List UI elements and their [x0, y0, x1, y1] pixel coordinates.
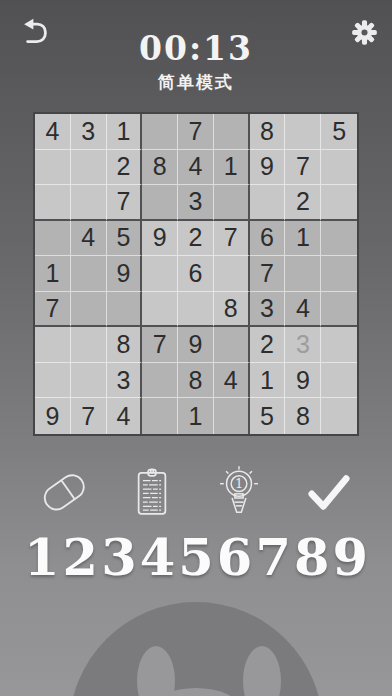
cell-r6c5[interactable]: [178, 292, 214, 328]
cell-r5c9[interactable]: [321, 256, 357, 292]
cell-r1c8[interactable]: [285, 114, 321, 150]
cell-r1c7[interactable]: 8: [250, 114, 286, 150]
eraser-icon: [38, 504, 90, 519]
cell-r8c6[interactable]: 4: [214, 363, 250, 399]
cell-r9c4[interactable]: [142, 398, 178, 434]
numpad-1[interactable]: 1: [24, 532, 60, 583]
smiley-face-graphic: [69, 602, 323, 696]
numpad-6[interactable]: 6: [217, 532, 253, 583]
cell-r2c2[interactable]: [71, 150, 107, 186]
cell-r1c3[interactable]: 1: [107, 114, 143, 150]
cell-r7c9[interactable]: [321, 327, 357, 363]
cell-r1c6[interactable]: [214, 114, 250, 150]
mode-label: 简单模式: [0, 71, 392, 94]
cell-r9c1[interactable]: 9: [35, 398, 71, 434]
cell-r3c8[interactable]: 2: [285, 185, 321, 221]
gear-icon: [350, 35, 379, 50]
cell-r9c8[interactable]: 8: [285, 398, 321, 434]
cell-r9c9[interactable]: [321, 398, 357, 434]
numpad-5[interactable]: 5: [178, 532, 214, 583]
cell-r2c5[interactable]: 4: [178, 150, 214, 186]
cell-r7c3[interactable]: 8: [107, 327, 143, 363]
hint-lightbulb-icon: 1: [215, 508, 263, 523]
cell-r6c7[interactable]: 3: [250, 292, 286, 328]
cell-r8c8[interactable]: 9: [285, 363, 321, 399]
cell-r4c7[interactable]: 6: [250, 221, 286, 257]
cell-r7c5[interactable]: 9: [178, 327, 214, 363]
cell-r5c1[interactable]: 1: [35, 256, 71, 292]
cell-r8c3[interactable]: 3: [107, 363, 143, 399]
cell-r4c6[interactable]: 7: [214, 221, 250, 257]
cell-r4c3[interactable]: 5: [107, 221, 143, 257]
numpad-7[interactable]: 7: [255, 532, 291, 583]
cell-r9c7[interactable]: 5: [250, 398, 286, 434]
cell-r8c1[interactable]: [35, 363, 71, 399]
cell-r8c7[interactable]: 1: [250, 363, 286, 399]
cell-r8c2[interactable]: [71, 363, 107, 399]
cell-r1c4[interactable]: [142, 114, 178, 150]
cell-r2c8[interactable]: 7: [285, 150, 321, 186]
cell-r2c3[interactable]: 2: [107, 150, 143, 186]
header: 00:13 简单模式: [0, 0, 392, 96]
notes-button[interactable]: [131, 466, 173, 518]
cell-r7c8[interactable]: 3: [285, 327, 321, 363]
cell-r7c4[interactable]: 7: [142, 327, 178, 363]
cell-r6c8[interactable]: 4: [285, 292, 321, 328]
hint-count-badge: 1: [235, 476, 243, 491]
cell-r3c1[interactable]: [35, 185, 71, 221]
numpad-3[interactable]: 3: [101, 532, 137, 583]
cell-r7c7[interactable]: 2: [250, 327, 286, 363]
check-button[interactable]: [304, 470, 354, 514]
cell-r3c5[interactable]: 3: [178, 185, 214, 221]
cell-r8c5[interactable]: 8: [178, 363, 214, 399]
cell-r7c2[interactable]: [71, 327, 107, 363]
cell-r5c4[interactable]: [142, 256, 178, 292]
cell-r2c6[interactable]: 1: [214, 150, 250, 186]
cell-r1c2[interactable]: 3: [71, 114, 107, 150]
cell-r3c3[interactable]: 7: [107, 185, 143, 221]
cell-r4c5[interactable]: 2: [178, 221, 214, 257]
smiley-left-eye: [137, 646, 175, 696]
cell-r7c6[interactable]: [214, 327, 250, 363]
back-arrow-icon: [16, 35, 50, 50]
cell-r5c3[interactable]: 9: [107, 256, 143, 292]
cell-r4c9[interactable]: [321, 221, 357, 257]
back-button[interactable]: [16, 13, 50, 47]
cell-r6c3[interactable]: [107, 292, 143, 328]
cell-r4c2[interactable]: 4: [71, 221, 107, 257]
cell-r2c1[interactable]: [35, 150, 71, 186]
cell-r6c1[interactable]: 7: [35, 292, 71, 328]
hint-button[interactable]: 1: [215, 464, 263, 520]
cell-r5c6[interactable]: [214, 256, 250, 292]
cell-r8c9[interactable]: [321, 363, 357, 399]
toolbar: 1: [0, 464, 392, 520]
numpad-2[interactable]: 2: [63, 532, 99, 583]
cell-r5c2[interactable]: [71, 256, 107, 292]
cell-r2c4[interactable]: 8: [142, 150, 178, 186]
numpad-9[interactable]: 9: [333, 532, 369, 583]
cell-r9c5[interactable]: 1: [178, 398, 214, 434]
cell-r1c1[interactable]: 4: [35, 114, 71, 150]
numpad-4[interactable]: 4: [140, 532, 176, 583]
settings-button[interactable]: [350, 18, 379, 47]
cell-r1c9[interactable]: 5: [321, 114, 357, 150]
cell-r1c5[interactable]: 7: [178, 114, 214, 150]
cell-r3c9[interactable]: [321, 185, 357, 221]
cell-r4c8[interactable]: 1: [285, 221, 321, 257]
eraser-button[interactable]: [38, 468, 90, 516]
cell-r4c4[interactable]: 9: [142, 221, 178, 257]
cell-r3c6[interactable]: [214, 185, 250, 221]
smiley-right-eye: [243, 646, 281, 696]
numpad-8[interactable]: 8: [294, 532, 330, 583]
cell-r5c7[interactable]: 7: [250, 256, 286, 292]
cell-r7c1[interactable]: [35, 327, 71, 363]
cell-r9c6[interactable]: [214, 398, 250, 434]
timer: 00:13: [0, 0, 392, 68]
cell-r2c7[interactable]: 9: [250, 150, 286, 186]
clipboard-icon: [131, 506, 173, 521]
cell-r3c2[interactable]: [71, 185, 107, 221]
cell-r6c6[interactable]: 8: [214, 292, 250, 328]
cell-r3c4[interactable]: [142, 185, 178, 221]
cell-r9c2[interactable]: 7: [71, 398, 107, 434]
cell-r4c1[interactable]: [35, 221, 71, 257]
number-pad: 123456789: [0, 532, 392, 583]
cell-r6c2[interactable]: [71, 292, 107, 328]
cell-r6c4[interactable]: [142, 292, 178, 328]
cell-r5c5[interactable]: 6: [178, 256, 214, 292]
cell-r5c8[interactable]: [285, 256, 321, 292]
cell-r6c9[interactable]: [321, 292, 357, 328]
cell-r3c7[interactable]: [250, 185, 286, 221]
cell-r2c9[interactable]: [321, 150, 357, 186]
cell-r9c3[interactable]: 4: [107, 398, 143, 434]
sudoku-board: 4317852841977324592761196778348792338419…: [33, 112, 359, 436]
check-icon: [304, 502, 354, 517]
cell-r8c4[interactable]: [142, 363, 178, 399]
